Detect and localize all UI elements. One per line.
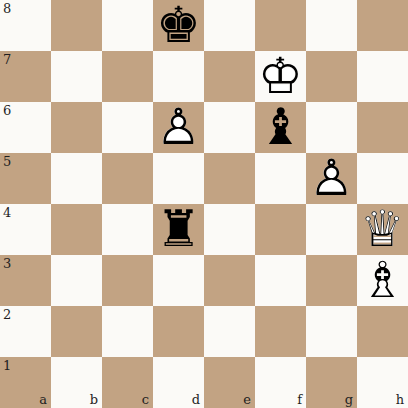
square-c3[interactable] xyxy=(102,255,153,306)
square-d3[interactable] xyxy=(153,255,204,306)
rank-label-2: 2 xyxy=(3,308,11,321)
file-label-b: b xyxy=(90,393,98,406)
black-rook-glyph: ♜ xyxy=(153,204,204,255)
square-d7[interactable] xyxy=(153,51,204,102)
square-f2[interactable] xyxy=(255,306,306,357)
square-d2[interactable] xyxy=(153,306,204,357)
black-bishop-icon[interactable]: ♝ xyxy=(255,102,306,153)
file-label-c: c xyxy=(142,393,149,406)
file-label-h: h xyxy=(396,393,404,406)
white-pawn-icon[interactable]: ♟♙ xyxy=(306,153,357,204)
square-e7[interactable] xyxy=(204,51,255,102)
file-label-g: g xyxy=(345,393,353,406)
square-a6[interactable]: 6 xyxy=(0,102,51,153)
square-a8[interactable]: 8 xyxy=(0,0,51,51)
square-c2[interactable] xyxy=(102,306,153,357)
file-label-a: a xyxy=(39,393,47,406)
white-pawn-outline: ♙ xyxy=(306,153,357,204)
file-label-e: e xyxy=(243,393,251,406)
square-b5[interactable] xyxy=(51,153,102,204)
square-b8[interactable] xyxy=(51,0,102,51)
square-b7[interactable] xyxy=(51,51,102,102)
square-d5[interactable] xyxy=(153,153,204,204)
rank-label-4: 4 xyxy=(3,206,11,219)
white-queen-outline: ♕ xyxy=(357,204,408,255)
square-h6[interactable] xyxy=(357,102,408,153)
rank-label-5: 5 xyxy=(3,155,11,168)
square-g5[interactable]: ♟♙ xyxy=(306,153,357,204)
square-a2[interactable]: 2 xyxy=(0,306,51,357)
square-b4[interactable] xyxy=(51,204,102,255)
rank-label-6: 6 xyxy=(3,104,11,117)
square-f5[interactable] xyxy=(255,153,306,204)
square-e2[interactable] xyxy=(204,306,255,357)
rank-label-1: 1 xyxy=(3,359,11,372)
square-e4[interactable] xyxy=(204,204,255,255)
white-queen-icon[interactable]: ♛♕ xyxy=(357,204,408,255)
black-bishop-glyph: ♝ xyxy=(255,102,306,153)
square-g4[interactable] xyxy=(306,204,357,255)
white-bishop-outline: ♗ xyxy=(357,255,408,306)
square-g1[interactable]: g xyxy=(306,357,357,408)
square-d1[interactable]: d xyxy=(153,357,204,408)
square-c7[interactable] xyxy=(102,51,153,102)
square-c5[interactable] xyxy=(102,153,153,204)
chess-board: 8♚7♚♔6♟♙♝5♟♙4♜♛♕3♝♗21abcdefgh xyxy=(0,0,408,408)
square-a3[interactable]: 3 xyxy=(0,255,51,306)
black-rook-icon[interactable]: ♜ xyxy=(153,204,204,255)
square-g6[interactable] xyxy=(306,102,357,153)
square-h8[interactable] xyxy=(357,0,408,51)
square-c6[interactable] xyxy=(102,102,153,153)
square-a7[interactable]: 7 xyxy=(0,51,51,102)
square-a5[interactable]: 5 xyxy=(0,153,51,204)
rank-label-8: 8 xyxy=(3,2,11,15)
square-c1[interactable]: c xyxy=(102,357,153,408)
square-g3[interactable] xyxy=(306,255,357,306)
rank-label-3: 3 xyxy=(3,257,11,270)
square-d6[interactable]: ♟♙ xyxy=(153,102,204,153)
square-c8[interactable] xyxy=(102,0,153,51)
file-label-d: d xyxy=(192,393,200,406)
square-f6[interactable]: ♝ xyxy=(255,102,306,153)
square-b1[interactable]: b xyxy=(51,357,102,408)
square-e6[interactable] xyxy=(204,102,255,153)
square-h3[interactable]: ♝♗ xyxy=(357,255,408,306)
square-e1[interactable]: e xyxy=(204,357,255,408)
square-h5[interactable] xyxy=(357,153,408,204)
square-h4[interactable]: ♛♕ xyxy=(357,204,408,255)
square-h1[interactable]: h xyxy=(357,357,408,408)
square-d4[interactable]: ♜ xyxy=(153,204,204,255)
square-e5[interactable] xyxy=(204,153,255,204)
white-king-outline: ♔ xyxy=(255,51,306,102)
square-b3[interactable] xyxy=(51,255,102,306)
square-e8[interactable] xyxy=(204,0,255,51)
rank-label-7: 7 xyxy=(3,53,11,66)
square-h2[interactable] xyxy=(357,306,408,357)
square-b2[interactable] xyxy=(51,306,102,357)
white-king-icon[interactable]: ♚♔ xyxy=(255,51,306,102)
square-c4[interactable] xyxy=(102,204,153,255)
white-bishop-icon[interactable]: ♝♗ xyxy=(357,255,408,306)
square-g7[interactable] xyxy=(306,51,357,102)
square-a1[interactable]: 1a xyxy=(0,357,51,408)
square-a4[interactable]: 4 xyxy=(0,204,51,255)
black-king-icon[interactable]: ♚ xyxy=(153,0,204,51)
file-label-f: f xyxy=(297,393,302,406)
square-h7[interactable] xyxy=(357,51,408,102)
white-pawn-outline: ♙ xyxy=(153,102,204,153)
square-e3[interactable] xyxy=(204,255,255,306)
square-b6[interactable] xyxy=(51,102,102,153)
square-g8[interactable] xyxy=(306,0,357,51)
square-f7[interactable]: ♚♔ xyxy=(255,51,306,102)
square-f3[interactable] xyxy=(255,255,306,306)
white-pawn-icon[interactable]: ♟♙ xyxy=(153,102,204,153)
square-g2[interactable] xyxy=(306,306,357,357)
black-king-glyph: ♚ xyxy=(153,0,204,51)
square-d8[interactable]: ♚ xyxy=(153,0,204,51)
square-f1[interactable]: f xyxy=(255,357,306,408)
square-f8[interactable] xyxy=(255,0,306,51)
square-f4[interactable] xyxy=(255,204,306,255)
